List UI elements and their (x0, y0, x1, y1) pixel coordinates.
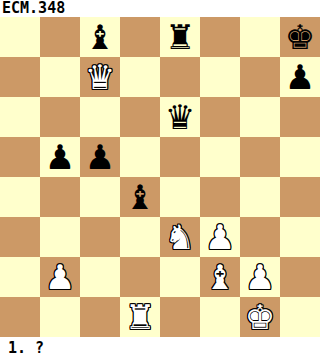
square-d7[interactable] (120, 57, 160, 97)
square-d5[interactable] (120, 137, 160, 177)
square-h1[interactable] (280, 297, 320, 337)
square-a7[interactable] (0, 57, 40, 97)
square-c2[interactable] (80, 257, 120, 297)
square-c4[interactable] (80, 177, 120, 217)
square-f1[interactable] (200, 297, 240, 337)
square-f4[interactable] (200, 177, 240, 217)
square-c3[interactable] (80, 217, 120, 257)
piece-black-rook[interactable]: ♜ (160, 17, 200, 57)
square-b4[interactable] (40, 177, 80, 217)
square-e8[interactable]: ♜ (160, 17, 200, 57)
square-a1[interactable] (0, 297, 40, 337)
puzzle-id: ECM.348 (0, 0, 320, 17)
square-b8[interactable] (40, 17, 80, 57)
square-e4[interactable] (160, 177, 200, 217)
piece-black-bishop[interactable]: ♝ (80, 17, 120, 57)
piece-black-pawn[interactable]: ♟ (280, 57, 320, 97)
square-g5[interactable] (240, 137, 280, 177)
square-b7[interactable] (40, 57, 80, 97)
piece-black-pawn[interactable]: ♟ (40, 137, 80, 177)
square-b3[interactable] (40, 217, 80, 257)
piece-white-pawn[interactable]: ♟ (240, 257, 280, 297)
square-f5[interactable] (200, 137, 240, 177)
square-d2[interactable] (120, 257, 160, 297)
square-g2[interactable]: ♟ (240, 257, 280, 297)
square-d4[interactable]: ♝ (120, 177, 160, 217)
square-e5[interactable] (160, 137, 200, 177)
square-f3[interactable]: ♟ (200, 217, 240, 257)
square-g1[interactable]: ♚ (240, 297, 280, 337)
square-h3[interactable] (280, 217, 320, 257)
piece-white-pawn[interactable]: ♟ (40, 257, 80, 297)
square-b6[interactable] (40, 97, 80, 137)
square-g7[interactable] (240, 57, 280, 97)
square-e3[interactable]: ♞ (160, 217, 200, 257)
square-b1[interactable] (40, 297, 80, 337)
square-c1[interactable] (80, 297, 120, 337)
square-a3[interactable] (0, 217, 40, 257)
piece-black-pawn[interactable]: ♟ (80, 137, 120, 177)
square-c8[interactable]: ♝ (80, 17, 120, 57)
square-e7[interactable] (160, 57, 200, 97)
square-d6[interactable] (120, 97, 160, 137)
square-f8[interactable] (200, 17, 240, 57)
square-a6[interactable] (0, 97, 40, 137)
chess-board: ♝♜♚♛♟♛♟♟♝♞♟♟♝♟♜♚ (0, 17, 320, 337)
square-a5[interactable] (0, 137, 40, 177)
piece-white-knight[interactable]: ♞ (160, 217, 200, 257)
square-f7[interactable] (200, 57, 240, 97)
square-a4[interactable] (0, 177, 40, 217)
square-f2[interactable]: ♝ (200, 257, 240, 297)
square-h5[interactable] (280, 137, 320, 177)
square-a2[interactable] (0, 257, 40, 297)
square-d1[interactable]: ♜ (120, 297, 160, 337)
piece-black-bishop[interactable]: ♝ (120, 177, 160, 217)
square-e2[interactable] (160, 257, 200, 297)
square-g6[interactable] (240, 97, 280, 137)
piece-white-king[interactable]: ♚ (240, 297, 280, 337)
piece-white-bishop[interactable]: ♝ (200, 257, 240, 297)
square-a8[interactable] (0, 17, 40, 57)
square-c5[interactable]: ♟ (80, 137, 120, 177)
square-e1[interactable] (160, 297, 200, 337)
piece-white-queen[interactable]: ♛ (80, 57, 120, 97)
square-f6[interactable] (200, 97, 240, 137)
square-c6[interactable] (80, 97, 120, 137)
square-g8[interactable] (240, 17, 280, 57)
piece-white-pawn[interactable]: ♟ (200, 217, 240, 257)
square-h2[interactable] (280, 257, 320, 297)
square-g3[interactable] (240, 217, 280, 257)
square-h6[interactable] (280, 97, 320, 137)
square-h7[interactable]: ♟ (280, 57, 320, 97)
square-d8[interactable] (120, 17, 160, 57)
square-b5[interactable]: ♟ (40, 137, 80, 177)
piece-black-king[interactable]: ♚ (280, 17, 320, 57)
square-h8[interactable]: ♚ (280, 17, 320, 57)
piece-black-queen[interactable]: ♛ (160, 97, 200, 137)
square-e6[interactable]: ♛ (160, 97, 200, 137)
square-c7[interactable]: ♛ (80, 57, 120, 97)
square-d3[interactable] (120, 217, 160, 257)
square-h4[interactable] (280, 177, 320, 217)
square-b2[interactable]: ♟ (40, 257, 80, 297)
piece-white-rook[interactable]: ♜ (120, 297, 160, 337)
square-g4[interactable] (240, 177, 280, 217)
move-prompt: 1. ? (0, 337, 320, 360)
